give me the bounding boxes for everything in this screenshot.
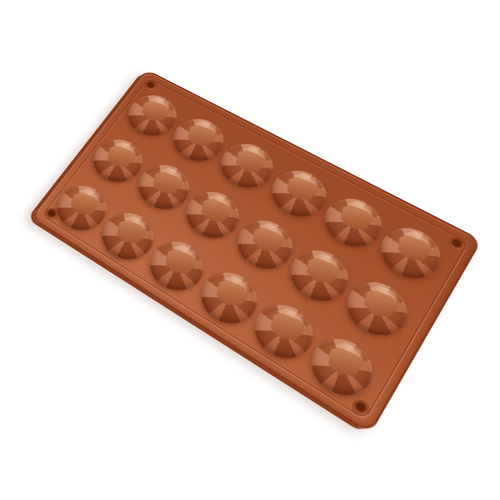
mold-cavity (301, 329, 383, 408)
cavity-grid (40, 81, 457, 417)
mold-cavity (337, 272, 418, 346)
silicone-mold (30, 69, 482, 434)
product-photo (0, 0, 500, 500)
mold-cavity (372, 218, 451, 288)
